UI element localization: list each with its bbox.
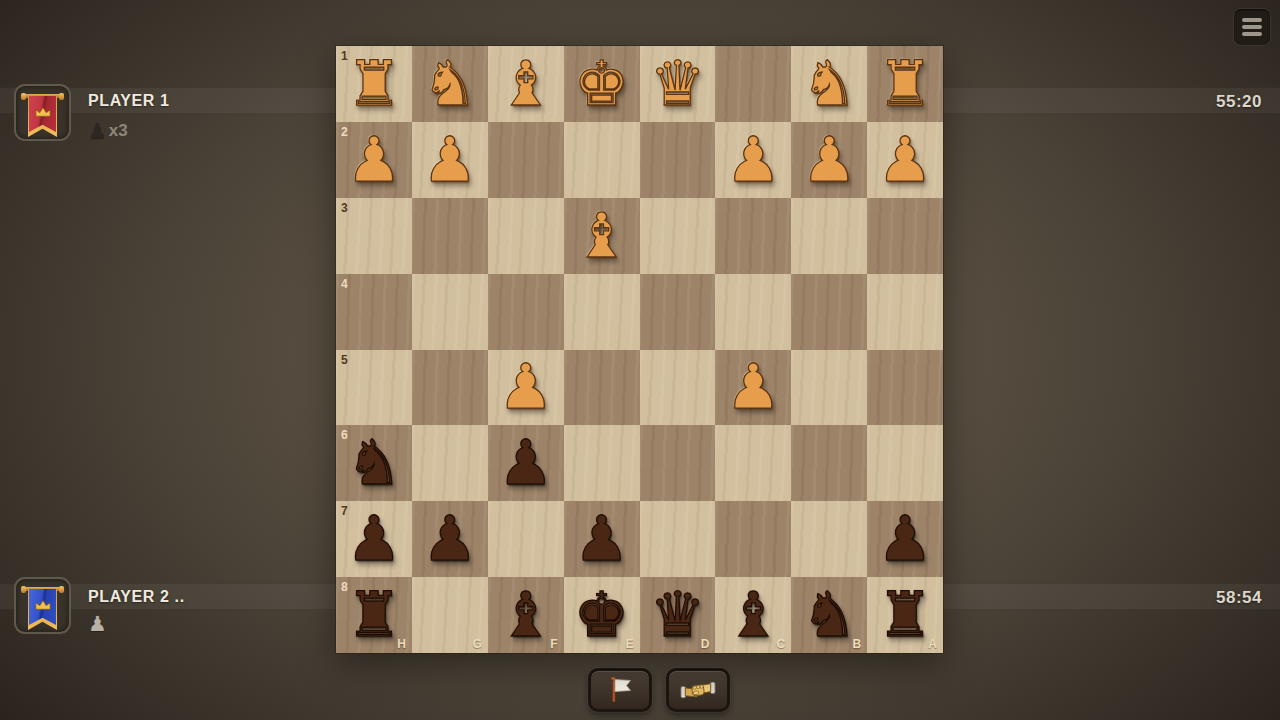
white-pawn-piece: ♟ [715,350,791,426]
square-a3[interactable] [867,198,943,274]
rank-label-6: 6 [341,428,348,442]
resign-button[interactable] [588,668,652,712]
square-f8[interactable]: ♝F [488,577,564,653]
white-bishop-piece: ♝ [488,46,564,122]
square-h5[interactable]: 5 [336,350,412,426]
white-pawn-piece: ♟ [867,122,943,198]
handshake-icon [680,678,716,702]
square-g6[interactable] [412,425,488,501]
square-a8[interactable]: ♜A [867,577,943,653]
white-pawn-piece: ♟ [488,350,564,426]
white-queen-piece: ♛ [640,46,716,122]
white-pawn-piece: ♟ [412,122,488,198]
file-label-g: G [472,637,481,651]
rank-label-7: 7 [341,504,348,518]
square-e5[interactable] [564,350,640,426]
square-a4[interactable] [867,274,943,350]
square-b6[interactable] [791,425,867,501]
square-e6[interactable] [564,425,640,501]
square-e3[interactable]: ♝ [564,198,640,274]
white-bishop-piece: ♝ [564,198,640,274]
captured-black-pawn-icon: ♟ [88,120,107,142]
white-king-piece: ♚ [564,46,640,122]
file-label-c: C [777,637,786,651]
square-e8[interactable]: ♚E [564,577,640,653]
black-pawn-piece: ♟ [564,501,640,577]
square-b3[interactable] [791,198,867,274]
square-h1[interactable]: ♜1 [336,46,412,122]
white-flag-icon [607,675,634,705]
player2-name: PLAYER 2 .. [88,588,185,606]
square-b7[interactable] [791,501,867,577]
square-f6[interactable]: ♟ [488,425,564,501]
rank-label-3: 3 [341,201,348,215]
square-d8[interactable]: ♛D [640,577,716,653]
draw-button[interactable] [666,668,730,712]
square-h6[interactable]: ♞6 [336,425,412,501]
black-pawn-piece: ♟ [488,425,564,501]
file-label-d: D [701,637,710,651]
chess-board: ♜1♞♝♚♛♞♜♟2♟♟♟♟3♝45♟♟♞6♟♟7♟♟♟♜8HG♝F♚E♛D♝C… [336,46,943,653]
red-banner-crown-icon [28,96,57,137]
square-e1[interactable]: ♚ [564,46,640,122]
player1-captured: ♟ x3 [88,120,128,142]
file-label-h: H [397,637,406,651]
player1-name: PLAYER 1 [88,92,170,110]
square-b8[interactable]: ♞B [791,577,867,653]
square-d1[interactable]: ♛ [640,46,716,122]
crown-icon [34,106,51,118]
black-pawn-piece: ♟ [412,501,488,577]
square-a2[interactable]: ♟ [867,122,943,198]
square-e2[interactable] [564,122,640,198]
player2-avatar [14,577,71,634]
square-g3[interactable] [412,198,488,274]
square-c4[interactable] [715,274,791,350]
file-label-f: F [550,637,557,651]
square-g5[interactable] [412,350,488,426]
square-g2[interactable]: ♟ [412,122,488,198]
square-d4[interactable] [640,274,716,350]
square-f2[interactable] [488,122,564,198]
player2-clock: 58:54 [1216,588,1262,608]
square-h8[interactable]: ♜8H [336,577,412,653]
square-d3[interactable] [640,198,716,274]
square-d5[interactable] [640,350,716,426]
rank-label-2: 2 [341,125,348,139]
square-c8[interactable]: ♝C [715,577,791,653]
game-screen: PLAYER 1 ♟ x3 55:20 PLAYER 2 .. ♟ 58:54 … [0,0,1280,720]
square-c6[interactable] [715,425,791,501]
menu-button[interactable] [1234,9,1270,45]
white-pawn-piece: ♟ [791,122,867,198]
square-h4[interactable]: 4 [336,274,412,350]
square-f1[interactable]: ♝ [488,46,564,122]
square-b2[interactable]: ♟ [791,122,867,198]
captured-white-pawn-icon: ♟ [88,613,107,635]
rank-label-1: 1 [341,49,348,63]
square-a7[interactable]: ♟ [867,501,943,577]
player1-clock: 55:20 [1216,92,1262,112]
crown-icon [34,599,51,611]
square-f7[interactable] [488,501,564,577]
square-d2[interactable] [640,122,716,198]
square-c5[interactable]: ♟ [715,350,791,426]
square-g4[interactable] [412,274,488,350]
square-e4[interactable] [564,274,640,350]
rank-label-8: 8 [341,580,348,594]
rank-label-4: 4 [341,277,348,291]
file-label-a: A [928,637,937,651]
square-b1[interactable]: ♞ [791,46,867,122]
square-g7[interactable]: ♟ [412,501,488,577]
square-f4[interactable] [488,274,564,350]
square-h2[interactable]: ♟2 [336,122,412,198]
square-c7[interactable] [715,501,791,577]
player2-captured: ♟ [88,613,109,635]
square-c2[interactable]: ♟ [715,122,791,198]
square-h7[interactable]: ♟7 [336,501,412,577]
white-knight-piece: ♞ [791,46,867,122]
square-h3[interactable]: 3 [336,198,412,274]
square-e7[interactable]: ♟ [564,501,640,577]
square-a5[interactable] [867,350,943,426]
blue-banner-crown-icon [28,589,57,630]
square-a6[interactable] [867,425,943,501]
square-g1[interactable]: ♞ [412,46,488,122]
square-b4[interactable] [791,274,867,350]
white-rook-piece: ♜ [867,46,943,122]
square-g8[interactable]: G [412,577,488,653]
player1-captured-count: x3 [109,121,128,141]
square-a1[interactable]: ♜ [867,46,943,122]
square-d6[interactable] [640,425,716,501]
square-f3[interactable] [488,198,564,274]
white-pawn-piece: ♟ [715,122,791,198]
square-d7[interactable] [640,501,716,577]
file-label-e: E [625,637,633,651]
square-c3[interactable] [715,198,791,274]
white-knight-piece: ♞ [412,46,488,122]
square-b5[interactable] [791,350,867,426]
square-f5[interactable]: ♟ [488,350,564,426]
player1-avatar [14,84,71,141]
rank-label-5: 5 [341,353,348,367]
square-c1[interactable] [715,46,791,122]
file-label-b: B [852,637,861,651]
black-pawn-piece: ♟ [867,501,943,577]
